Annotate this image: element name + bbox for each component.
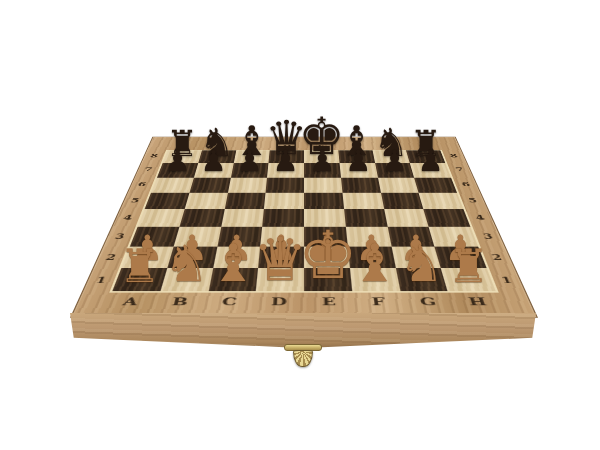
rank-label-left-4: 4	[122, 215, 133, 221]
square-f1[interactable]	[350, 268, 400, 292]
square-e3[interactable]	[304, 227, 348, 246]
latch-shell	[293, 350, 313, 367]
square-a3[interactable]	[130, 227, 179, 246]
rank-label-left-1: 1	[95, 276, 108, 284]
file-label-back-b: B	[214, 144, 223, 148]
file-label-back-a: A	[180, 144, 189, 148]
square-b6[interactable]	[189, 177, 230, 192]
square-a7[interactable]	[157, 163, 198, 177]
square-c4[interactable]	[221, 209, 264, 227]
square-c7[interactable]	[231, 163, 269, 177]
square-a5[interactable]	[145, 193, 190, 209]
file-label-front-c: C	[221, 296, 237, 307]
square-h3[interactable]	[429, 227, 478, 246]
square-b7[interactable]	[194, 163, 233, 177]
rank-label-right-4: 4	[475, 215, 486, 221]
square-c6[interactable]	[228, 177, 268, 192]
file-label-front-e: E	[322, 296, 337, 307]
square-g3[interactable]	[387, 227, 434, 246]
square-d8[interactable]	[269, 150, 304, 163]
file-label-back-c: C	[249, 144, 257, 148]
board-surface: AABBCCDDEEFFGGHH1122334455667788	[70, 137, 538, 318]
file-label-back-d: D	[283, 144, 291, 148]
square-h6[interactable]	[414, 177, 457, 192]
brass-latch-icon	[284, 344, 322, 370]
square-d1[interactable]	[256, 268, 304, 292]
square-d3[interactable]	[260, 227, 304, 246]
square-c3[interactable]	[217, 227, 262, 246]
scene: AABBCCDDEEFFGGHH1122334455667788 ♜♞♝♛♚♝♞…	[0, 0, 600, 450]
square-h4[interactable]	[424, 209, 471, 227]
rank-label-left-3: 3	[114, 234, 126, 240]
file-label-front-b: B	[171, 296, 189, 307]
rank-label-right-7: 7	[455, 168, 465, 173]
rank-label-right-2: 2	[491, 254, 503, 261]
square-b4[interactable]	[179, 209, 224, 227]
square-e8[interactable]	[304, 150, 339, 163]
rank-label-right-1: 1	[500, 276, 513, 284]
file-label-back-e: E	[317, 144, 324, 148]
square-f2[interactable]	[348, 246, 396, 267]
square-g7[interactable]	[375, 163, 414, 177]
file-label-front-a: A	[121, 296, 139, 307]
square-f5[interactable]	[342, 193, 383, 209]
square-f7[interactable]	[339, 163, 377, 177]
file-label-front-h: H	[467, 296, 488, 307]
square-c2[interactable]	[213, 246, 261, 267]
square-g8[interactable]	[372, 150, 410, 163]
file-label-back-h: H	[418, 144, 428, 148]
square-c5[interactable]	[224, 193, 265, 209]
square-g5[interactable]	[380, 193, 423, 209]
square-a4[interactable]	[138, 209, 185, 227]
square-h2[interactable]	[435, 246, 487, 267]
square-d6[interactable]	[266, 177, 304, 192]
square-d4[interactable]	[262, 209, 304, 227]
square-e6[interactable]	[304, 177, 342, 192]
square-g4[interactable]	[384, 209, 429, 227]
square-a6[interactable]	[151, 177, 194, 192]
rank-label-left-7: 7	[143, 168, 153, 173]
file-label-back-g: G	[385, 144, 394, 148]
square-f8[interactable]	[338, 150, 375, 163]
rank-label-right-3: 3	[482, 234, 494, 240]
rank-label-left-8: 8	[149, 154, 158, 158]
square-c1[interactable]	[208, 268, 258, 292]
file-label-front-f: F	[371, 296, 386, 307]
square-b8[interactable]	[198, 150, 236, 163]
square-f6[interactable]	[341, 177, 381, 192]
square-b2[interactable]	[167, 246, 217, 267]
square-f4[interactable]	[344, 209, 387, 227]
square-h1[interactable]	[441, 268, 496, 292]
square-d2[interactable]	[258, 246, 304, 267]
square-g2[interactable]	[391, 246, 441, 267]
board-grid	[109, 150, 498, 293]
square-a8[interactable]	[163, 150, 202, 163]
square-h8[interactable]	[406, 150, 445, 163]
square-e5[interactable]	[304, 193, 344, 209]
square-e2[interactable]	[304, 246, 350, 267]
square-b1[interactable]	[160, 268, 213, 292]
square-b3[interactable]	[173, 227, 220, 246]
square-c8[interactable]	[233, 150, 270, 163]
rank-label-left-2: 2	[105, 254, 117, 261]
square-d7[interactable]	[267, 163, 304, 177]
rank-label-right-8: 8	[449, 154, 458, 158]
rank-label-left-5: 5	[130, 198, 141, 203]
file-label-front-d: D	[271, 296, 288, 307]
square-e1[interactable]	[304, 268, 352, 292]
square-e7[interactable]	[304, 163, 341, 177]
square-g6[interactable]	[377, 177, 418, 192]
square-d5[interactable]	[264, 193, 304, 209]
square-h7[interactable]	[410, 163, 451, 177]
square-b5[interactable]	[184, 193, 227, 209]
rank-label-right-6: 6	[461, 182, 471, 187]
square-f3[interactable]	[346, 227, 391, 246]
square-a1[interactable]	[112, 268, 167, 292]
file-label-back-f: F	[352, 144, 359, 148]
square-a2[interactable]	[122, 246, 174, 267]
square-e4[interactable]	[304, 209, 346, 227]
file-label-front-g: G	[419, 296, 437, 307]
square-g1[interactable]	[395, 268, 448, 292]
rank-label-right-5: 5	[468, 198, 479, 203]
rank-label-left-6: 6	[137, 182, 147, 187]
square-h5[interactable]	[419, 193, 464, 209]
